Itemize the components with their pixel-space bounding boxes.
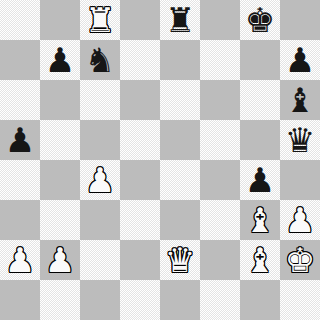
square-b3[interactable]	[40, 200, 80, 240]
square-e7[interactable]	[160, 40, 200, 80]
square-e2[interactable]: ♛	[160, 240, 200, 280]
square-h3[interactable]: ♟	[280, 200, 320, 240]
square-e6[interactable]	[160, 80, 200, 120]
square-h8[interactable]	[280, 0, 320, 40]
black-knight-piece[interactable]: ♞	[80, 40, 120, 80]
square-h2[interactable]: ♚	[280, 240, 320, 280]
white-bishop-piece[interactable]: ♝	[240, 200, 280, 240]
white-queen-piece[interactable]: ♛	[160, 240, 200, 280]
square-h5[interactable]: ♛	[280, 120, 320, 160]
white-rook-piece[interactable]: ♜	[80, 0, 120, 40]
square-b1[interactable]	[40, 280, 80, 320]
square-g7[interactable]	[240, 40, 280, 80]
square-c2[interactable]	[80, 240, 120, 280]
square-d2[interactable]	[120, 240, 160, 280]
square-d3[interactable]	[120, 200, 160, 240]
square-g5[interactable]	[240, 120, 280, 160]
square-d1[interactable]	[120, 280, 160, 320]
square-d8[interactable]	[120, 0, 160, 40]
chess-app-window: ♜♜♚♟♞♟♝♟♛♟♟♝♟♟♟♛♝♚	[0, 0, 320, 320]
square-e8[interactable]: ♜	[160, 0, 200, 40]
square-d6[interactable]	[120, 80, 160, 120]
white-pawn-piece[interactable]: ♟	[40, 240, 80, 280]
square-b8[interactable]	[40, 0, 80, 40]
square-d4[interactable]	[120, 160, 160, 200]
square-f7[interactable]	[200, 40, 240, 80]
chess-board: ♜♜♚♟♞♟♝♟♛♟♟♝♟♟♟♛♝♚	[0, 0, 320, 320]
black-queen-piece[interactable]: ♛	[280, 120, 320, 160]
square-f3[interactable]	[200, 200, 240, 240]
square-a5[interactable]: ♟	[0, 120, 40, 160]
black-pawn-piece[interactable]: ♟	[240, 160, 280, 200]
square-f5[interactable]	[200, 120, 240, 160]
square-a1[interactable]	[0, 280, 40, 320]
square-b7[interactable]: ♟	[40, 40, 80, 80]
square-a8[interactable]	[0, 0, 40, 40]
square-a4[interactable]	[0, 160, 40, 200]
square-e1[interactable]	[160, 280, 200, 320]
square-g1[interactable]	[240, 280, 280, 320]
square-g2[interactable]: ♝	[240, 240, 280, 280]
square-f1[interactable]	[200, 280, 240, 320]
square-g8[interactable]: ♚	[240, 0, 280, 40]
black-pawn-piece[interactable]: ♟	[280, 40, 320, 80]
square-c1[interactable]	[80, 280, 120, 320]
square-c6[interactable]	[80, 80, 120, 120]
square-h1[interactable]	[280, 280, 320, 320]
square-f8[interactable]	[200, 0, 240, 40]
square-e4[interactable]	[160, 160, 200, 200]
black-rook-piece[interactable]: ♜	[160, 0, 200, 40]
square-c7[interactable]: ♞	[80, 40, 120, 80]
square-a2[interactable]: ♟	[0, 240, 40, 280]
square-h4[interactable]	[280, 160, 320, 200]
square-b6[interactable]	[40, 80, 80, 120]
square-a6[interactable]	[0, 80, 40, 120]
white-pawn-piece[interactable]: ♟	[0, 240, 40, 280]
square-c4[interactable]: ♟	[80, 160, 120, 200]
square-b4[interactable]	[40, 160, 80, 200]
black-pawn-piece[interactable]: ♟	[0, 120, 40, 160]
square-d5[interactable]	[120, 120, 160, 160]
square-h6[interactable]: ♝	[280, 80, 320, 120]
square-a3[interactable]	[0, 200, 40, 240]
black-bishop-piece[interactable]: ♝	[280, 80, 320, 120]
square-a7[interactable]	[0, 40, 40, 80]
square-f4[interactable]	[200, 160, 240, 200]
square-h7[interactable]: ♟	[280, 40, 320, 80]
white-pawn-piece[interactable]: ♟	[80, 160, 120, 200]
square-f6[interactable]	[200, 80, 240, 120]
white-king-piece[interactable]: ♚	[280, 240, 320, 280]
square-c5[interactable]	[80, 120, 120, 160]
white-bishop-piece[interactable]: ♝	[240, 240, 280, 280]
square-c8[interactable]: ♜	[80, 0, 120, 40]
square-e5[interactable]	[160, 120, 200, 160]
square-c3[interactable]	[80, 200, 120, 240]
black-king-piece[interactable]: ♚	[240, 0, 280, 40]
white-pawn-piece[interactable]: ♟	[280, 200, 320, 240]
square-g6[interactable]	[240, 80, 280, 120]
square-g3[interactable]: ♝	[240, 200, 280, 240]
square-g4[interactable]: ♟	[240, 160, 280, 200]
square-d7[interactable]	[120, 40, 160, 80]
square-f2[interactable]	[200, 240, 240, 280]
square-b2[interactable]: ♟	[40, 240, 80, 280]
square-e3[interactable]	[160, 200, 200, 240]
square-b5[interactable]	[40, 120, 80, 160]
black-pawn-piece[interactable]: ♟	[40, 40, 80, 80]
